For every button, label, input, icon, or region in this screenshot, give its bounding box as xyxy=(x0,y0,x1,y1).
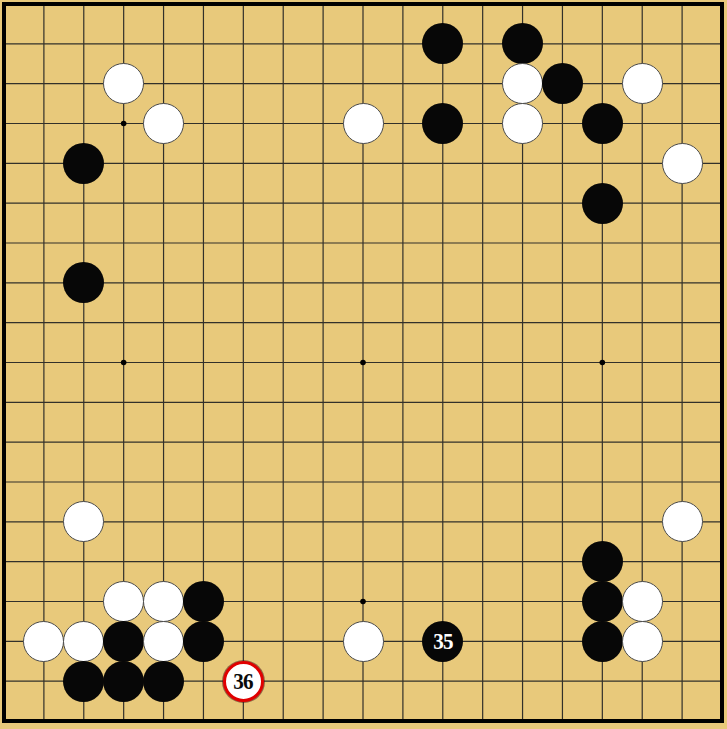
black-stone xyxy=(103,621,144,662)
white-stone xyxy=(343,621,384,662)
black-stone xyxy=(422,23,463,64)
move-number-label: 35 xyxy=(433,629,452,653)
move-number-label: 36 xyxy=(234,669,253,693)
white-stone xyxy=(502,63,543,104)
black-stone xyxy=(582,183,623,224)
black-stone xyxy=(422,103,463,144)
black-stone-move-35: 35 xyxy=(422,621,463,662)
black-stone xyxy=(582,581,623,622)
white-stone xyxy=(63,621,104,662)
white-stone xyxy=(143,581,184,622)
white-stone xyxy=(63,501,104,542)
black-stone xyxy=(183,621,224,662)
white-stone xyxy=(143,103,184,144)
white-stone xyxy=(662,501,703,542)
white-stone xyxy=(622,621,663,662)
black-stone xyxy=(582,621,623,662)
white-stone xyxy=(622,63,663,104)
stones-layer: 3536 xyxy=(0,0,727,729)
black-stone xyxy=(502,23,543,64)
white-stone-move-36: 36 xyxy=(223,661,264,702)
black-stone xyxy=(103,661,144,702)
white-stone xyxy=(502,103,543,144)
black-stone xyxy=(183,581,224,622)
go-board[interactable]: 3536 xyxy=(0,0,727,729)
white-stone xyxy=(622,581,663,622)
black-stone xyxy=(582,103,623,144)
black-stone xyxy=(143,661,184,702)
black-stone xyxy=(63,262,104,303)
white-stone xyxy=(103,581,144,622)
white-stone xyxy=(103,63,144,104)
black-stone xyxy=(542,63,583,104)
white-stone xyxy=(143,621,184,662)
black-stone xyxy=(582,541,623,582)
white-stone xyxy=(23,621,64,662)
white-stone xyxy=(662,143,703,184)
black-stone xyxy=(63,143,104,184)
black-stone xyxy=(63,661,104,702)
white-stone xyxy=(343,103,384,144)
